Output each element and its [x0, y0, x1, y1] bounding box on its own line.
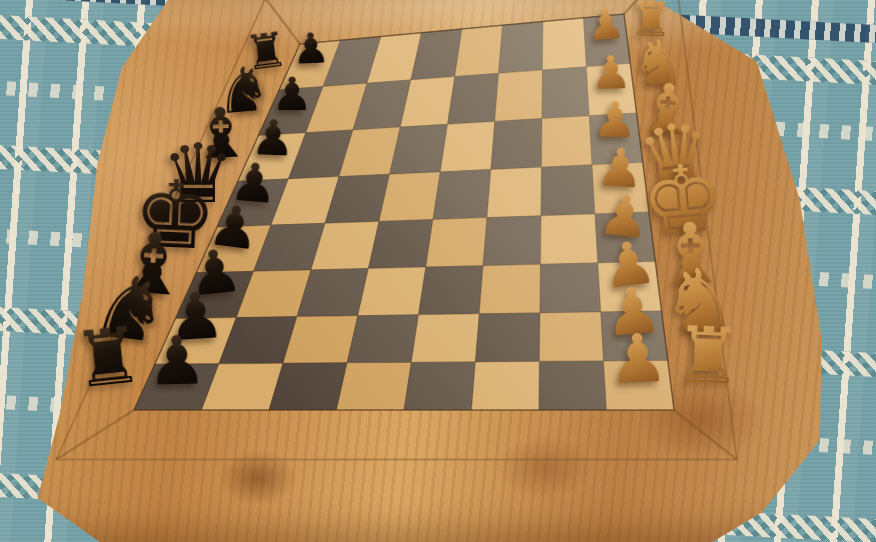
board-graphics — [0, 0, 876, 542]
border-seam — [265, 0, 300, 44]
border-seam — [134, 14, 674, 410]
border-seam — [674, 410, 737, 460]
photo-chessboard-scene: ♜♞♝♛♚♝♞♜♟♟♟♟♟♟♟♟♟♟♟♟♟♟♟♟♜♞♝♛♚♝♞♜ — [0, 0, 876, 542]
border-seam — [624, 0, 674, 14]
